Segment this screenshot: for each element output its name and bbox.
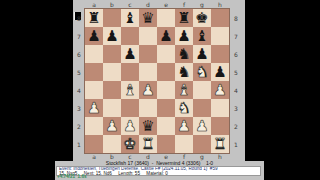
square-h4: ♟ [211, 81, 229, 99]
piece-black-knight-f5: ♞ [177, 63, 190, 81]
piece-black-bishop-c8: ♝ [123, 9, 136, 27]
rank-label-3: 3 [73, 99, 85, 117]
piece-white-bishop-f4: ♝ [177, 81, 190, 99]
square-f5: ♞ [175, 63, 193, 81]
caption-bar: Stockfish 17 (3640) - Nevermind 4 (3306)… [55, 161, 264, 180]
square-a6 [85, 45, 103, 63]
file-label-a: a [85, 153, 103, 161]
square-b7: ♟ [103, 27, 121, 45]
piece-white-pawn-b2: ♟ [105, 117, 118, 135]
piece-white-bishop-c4: ♝ [123, 81, 136, 99]
square-g6: ♟ [193, 45, 211, 63]
square-g3 [193, 99, 211, 117]
piece-white-king-c1: ♚ [123, 135, 136, 153]
square-h5: ♟ [211, 63, 229, 81]
square-f6: ♞ [175, 45, 193, 63]
file-label-g: g [193, 1, 211, 9]
chess-board: ♜♝♛♜♚♟♟♟♟♝♟♞♟♞♞♟♝♟♝♟♟♞♟♟♛♟♟♚♜♜ [85, 9, 229, 153]
piece-black-queen-d8: ♛ [141, 9, 154, 27]
rank-label-2: 2 [73, 117, 85, 135]
square-e5 [157, 63, 175, 81]
square-a4 [85, 81, 103, 99]
piece-black-rook-a8: ♜ [87, 9, 100, 27]
square-a8: ♜ [85, 9, 103, 27]
piece-white-knight-f3: ♞ [177, 99, 190, 117]
rank-label-1: 1 [229, 135, 243, 153]
square-e7: ♟ [157, 27, 175, 45]
square-f1 [175, 135, 193, 153]
piece-white-pawn-c2: ♟ [123, 117, 136, 135]
file-label-c: c [121, 1, 139, 9]
rank-label-5: 5 [73, 63, 85, 81]
square-e3 [157, 99, 175, 117]
square-c2: ♟ [121, 117, 139, 135]
rank-label-8: 8 [73, 9, 85, 27]
rank-label-1: 1 [73, 135, 85, 153]
piece-black-pawn-h5: ♟ [213, 63, 226, 81]
file-label-b: b [103, 1, 121, 9]
rank-label-8: 8 [229, 9, 243, 27]
square-b4 [103, 81, 121, 99]
rank-label-4: 4 [229, 81, 243, 99]
square-a3: ♟ [85, 99, 103, 117]
square-g5: ♞ [193, 63, 211, 81]
piece-black-pawn-g6: ♟ [195, 45, 208, 63]
square-f7: ♟ [175, 27, 193, 45]
square-d3 [139, 99, 157, 117]
square-d7 [139, 27, 157, 45]
square-e4 [157, 81, 175, 99]
square-h6 [211, 45, 229, 63]
square-g4 [193, 81, 211, 99]
file-labels-top: abcdefgh [85, 1, 229, 9]
piece-white-pawn-h4: ♟ [213, 81, 226, 99]
square-f3: ♞ [175, 99, 193, 117]
rank-label-7: 7 [73, 27, 85, 45]
square-c5 [121, 63, 139, 81]
piece-black-bishop-g7: ♝ [195, 27, 208, 45]
piece-white-rook-d1: ♜ [141, 135, 154, 153]
square-g1 [193, 135, 211, 153]
file-label-d: d [139, 1, 157, 9]
piece-black-pawn-e7: ♟ [159, 27, 172, 45]
file-label-e: e [157, 1, 175, 9]
square-c4: ♝ [121, 81, 139, 99]
square-c1: ♚ [121, 135, 139, 153]
square-e1 [157, 135, 175, 153]
square-b6 [103, 45, 121, 63]
piece-white-pawn-d4: ♟ [141, 81, 154, 99]
rank-label-2: 2 [229, 117, 243, 135]
file-label-f: f [175, 1, 193, 9]
file-label-a: a [85, 1, 103, 9]
square-d4: ♟ [139, 81, 157, 99]
piece-black-pawn-a7: ♟ [87, 27, 100, 45]
square-f2: ♟ [175, 117, 193, 135]
piece-black-knight-f6: ♞ [177, 45, 190, 63]
piece-black-pawn-c6: ♟ [123, 45, 136, 63]
engine-eval: +4.74/21 1.6s [57, 175, 87, 180]
square-g8: ♚ [193, 9, 211, 27]
square-f8: ♜ [175, 9, 193, 27]
rank-label-7: 7 [229, 27, 243, 45]
piece-black-pawn-f7: ♟ [177, 27, 190, 45]
piece-black-pawn-b7: ♟ [105, 27, 118, 45]
square-c7 [121, 27, 139, 45]
square-d5 [139, 63, 157, 81]
square-b3 [103, 99, 121, 117]
square-b2: ♟ [103, 117, 121, 135]
square-c3 [121, 99, 139, 117]
piece-black-rook-f8: ♜ [177, 9, 190, 27]
rank-label-6: 6 [229, 45, 243, 63]
file-label-h: h [211, 153, 229, 161]
piece-black-queen-d2: ♛ [141, 117, 154, 135]
piece-white-pawn-f2: ♟ [177, 117, 190, 135]
square-b1 [103, 135, 121, 153]
piece-white-pawn-a3: ♟ [87, 99, 100, 117]
piece-white-rook-h1: ♜ [213, 135, 226, 153]
square-d2: ♛ [139, 117, 157, 135]
square-a7: ♟ [85, 27, 103, 45]
piece-white-pawn-g2: ♟ [195, 117, 208, 135]
square-f4: ♝ [175, 81, 193, 99]
square-h2 [211, 117, 229, 135]
square-e6 [157, 45, 175, 63]
rank-label-4: 4 [73, 81, 85, 99]
rank-label-3: 3 [229, 99, 243, 117]
square-h1: ♜ [211, 135, 229, 153]
square-a1 [85, 135, 103, 153]
square-b5 [103, 63, 121, 81]
square-b8 [103, 9, 121, 27]
piece-white-knight-g5: ♞ [195, 63, 208, 81]
square-h8 [211, 9, 229, 27]
square-a5 [85, 63, 103, 81]
video-frame: abcdefgh abcdefgh 87654321 87654321 ♜♝♛♜… [0, 0, 320, 180]
rank-label-6: 6 [73, 45, 85, 63]
square-a2 [85, 117, 103, 135]
rank-labels-left: 87654321 [73, 9, 85, 153]
square-g7: ♝ [193, 27, 211, 45]
file-label-h: h [211, 1, 229, 9]
square-g2: ♟ [193, 117, 211, 135]
square-e8 [157, 9, 175, 27]
rank-label-5: 5 [229, 63, 243, 81]
square-d8: ♛ [139, 9, 157, 27]
square-d1: ♜ [139, 135, 157, 153]
piece-black-king-g8: ♚ [195, 9, 208, 27]
square-d6 [139, 45, 157, 63]
rank-labels-right: 87654321 [229, 9, 243, 153]
moves-line: 15. Nxg5 Next: 15. Nd6 Length: 55 Materi… [59, 172, 260, 176]
square-c8: ♝ [121, 9, 139, 27]
square-h3 [211, 99, 229, 117]
square-h7 [211, 27, 229, 45]
square-c6: ♟ [121, 45, 139, 63]
square-e2 [157, 117, 175, 135]
